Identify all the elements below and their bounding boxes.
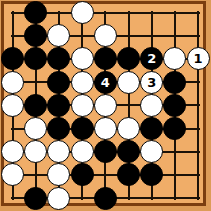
black-stone: [24, 187, 47, 210]
white-stone: [94, 24, 117, 47]
white-stone: [94, 117, 117, 140]
white-stone: [94, 94, 117, 117]
white-stone: 3: [140, 71, 163, 94]
white-stone: [1, 71, 24, 94]
white-stone: [71, 47, 94, 70]
black-stone: [71, 163, 94, 186]
stone-number-label: 1: [194, 52, 203, 65]
white-stone: [1, 94, 24, 117]
black-stone: 4: [94, 71, 117, 94]
white-stone: [71, 94, 94, 117]
black-stone: [24, 94, 47, 117]
stone-number-label: 4: [101, 76, 110, 89]
stone-number-label: 2: [147, 52, 156, 65]
white-stone: [71, 1, 94, 24]
stone-number-label: 3: [147, 76, 156, 89]
grid-line: [11, 174, 200, 176]
white-stone: [47, 187, 70, 210]
white-stone: [117, 71, 140, 94]
black-stone: [71, 117, 94, 140]
white-stone: 1: [187, 47, 210, 70]
black-stone: [163, 71, 186, 94]
black-stone: [47, 71, 70, 94]
white-stone: [71, 71, 94, 94]
grid-line: [197, 11, 199, 200]
white-stone: [71, 140, 94, 163]
go-board-diagram: 2143: [0, 0, 211, 211]
black-stone: [94, 140, 117, 163]
black-stone: [94, 187, 117, 210]
white-stone: [117, 117, 140, 140]
white-stone: [140, 94, 163, 117]
